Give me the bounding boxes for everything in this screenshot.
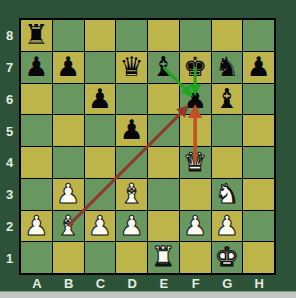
square-b8[interactable]	[53, 20, 84, 51]
file-label-f: F	[180, 275, 212, 292]
square-b4[interactable]	[53, 147, 84, 178]
square-e3[interactable]	[148, 179, 179, 210]
square-f1[interactable]	[180, 242, 211, 273]
square-c1[interactable]	[85, 242, 116, 273]
rank-label-1: 1	[0, 242, 19, 274]
square-d3[interactable]: ♝	[116, 179, 147, 210]
square-g4[interactable]	[212, 147, 243, 178]
black-pawn: ♟	[243, 52, 274, 83]
black-king: ♚	[180, 52, 211, 83]
file-label-a: A	[21, 275, 53, 292]
square-e5[interactable]	[148, 115, 179, 146]
file-label-b: B	[53, 275, 85, 292]
square-g1[interactable]: ♚	[212, 242, 243, 273]
square-h1[interactable]	[243, 242, 274, 273]
square-a7[interactable]: ♟	[21, 52, 52, 83]
square-g8[interactable]	[212, 20, 243, 51]
square-e7[interactable]: ♝	[148, 52, 179, 83]
square-a2[interactable]: ♟	[21, 211, 52, 242]
file-label-c: C	[85, 275, 117, 292]
square-b6[interactable]	[53, 84, 84, 115]
rank-label-3: 3	[0, 179, 19, 211]
square-e1[interactable]: ♜	[148, 242, 179, 273]
white-pawn: ♟	[212, 211, 243, 242]
rank-label-6: 6	[0, 84, 19, 116]
square-g3[interactable]: ♞	[212, 179, 243, 210]
square-h2[interactable]	[243, 211, 274, 242]
chess-analysis-window: 8 7 6 5 4 3 2 1 A B C D E F G H ♜♟♟♛♝♚♞♟…	[0, 0, 296, 298]
square-c5[interactable]	[85, 115, 116, 146]
square-h7[interactable]: ♟	[243, 52, 274, 83]
black-knight: ♞	[212, 52, 243, 83]
square-e2[interactable]	[148, 211, 179, 242]
rank-label-8: 8	[0, 20, 19, 52]
file-label-g: G	[212, 275, 244, 292]
square-d8[interactable]	[116, 20, 147, 51]
file-label-d: D	[116, 275, 148, 292]
square-a8[interactable]: ♜	[21, 20, 52, 51]
chess-board: ♜♟♟♛♝♚♞♟♟♟♝♟♛♟♝♞♟♝♟♟♟♟♜♚	[21, 20, 274, 273]
black-bishop: ♝	[212, 84, 243, 115]
square-c7[interactable]	[85, 52, 116, 83]
square-f5[interactable]	[180, 115, 211, 146]
window-edge	[0, 291, 296, 298]
square-h6[interactable]	[243, 84, 274, 115]
white-queen: ♛	[180, 147, 211, 178]
square-a1[interactable]	[21, 242, 52, 273]
white-pawn: ♟	[85, 211, 116, 242]
square-a6[interactable]	[21, 84, 52, 115]
square-f6[interactable]: ♟	[180, 84, 211, 115]
square-a4[interactable]	[21, 147, 52, 178]
square-g2[interactable]: ♟	[212, 211, 243, 242]
square-f7[interactable]: ♚	[180, 52, 211, 83]
square-b1[interactable]	[53, 242, 84, 273]
square-f8[interactable]	[180, 20, 211, 51]
black-pawn: ♟	[53, 52, 84, 83]
white-rook: ♜	[148, 242, 179, 273]
white-knight: ♞	[212, 179, 243, 210]
square-c4[interactable]	[85, 147, 116, 178]
square-g6[interactable]: ♝	[212, 84, 243, 115]
square-g7[interactable]: ♞	[212, 52, 243, 83]
black-bishop: ♝	[148, 52, 179, 83]
square-e4[interactable]	[148, 147, 179, 178]
square-d4[interactable]	[116, 147, 147, 178]
square-h5[interactable]	[243, 115, 274, 146]
black-rook: ♜	[21, 20, 52, 51]
square-d7[interactable]: ♛	[116, 52, 147, 83]
black-pawn: ♟	[116, 115, 147, 146]
square-d5[interactable]: ♟	[116, 115, 147, 146]
file-label-h: H	[243, 275, 275, 292]
square-c6[interactable]: ♟	[85, 84, 116, 115]
white-bishop: ♝	[53, 211, 84, 242]
square-f4[interactable]: ♛	[180, 147, 211, 178]
square-b5[interactable]	[53, 115, 84, 146]
square-g5[interactable]	[212, 115, 243, 146]
white-pawn: ♟	[180, 211, 211, 242]
square-d2[interactable]: ♟	[116, 211, 147, 242]
square-e6[interactable]	[148, 84, 179, 115]
white-pawn: ♟	[21, 211, 52, 242]
rank-label-2: 2	[0, 211, 19, 243]
white-king: ♚	[212, 242, 243, 273]
square-e8[interactable]	[148, 20, 179, 51]
white-pawn: ♟	[116, 211, 147, 242]
white-bishop: ♝	[116, 179, 147, 210]
black-pawn: ♟	[180, 84, 211, 115]
square-a3[interactable]	[21, 179, 52, 210]
file-label-e: E	[148, 275, 180, 292]
black-pawn: ♟	[85, 84, 116, 115]
square-c3[interactable]	[85, 179, 116, 210]
square-a5[interactable]	[21, 115, 52, 146]
black-queen: ♛	[116, 52, 147, 83]
square-h3[interactable]	[243, 179, 274, 210]
square-h8[interactable]	[243, 20, 274, 51]
square-b2[interactable]: ♝	[53, 211, 84, 242]
square-h4[interactable]	[243, 147, 274, 178]
rank-label-4: 4	[0, 147, 19, 179]
white-pawn: ♟	[53, 179, 84, 210]
square-c2[interactable]: ♟	[85, 211, 116, 242]
square-d6[interactable]	[116, 84, 147, 115]
square-f3[interactable]	[180, 179, 211, 210]
square-c8[interactable]	[85, 20, 116, 51]
square-b7[interactable]: ♟	[53, 52, 84, 83]
board-frame: ♜♟♟♛♝♚♞♟♟♟♝♟♛♟♝♞♟♝♟♟♟♟♜♚	[19, 18, 276, 275]
rank-label-7: 7	[0, 52, 19, 84]
rank-label-5: 5	[0, 115, 19, 147]
square-f2[interactable]: ♟	[180, 211, 211, 242]
square-b3[interactable]: ♟	[53, 179, 84, 210]
square-d1[interactable]	[116, 242, 147, 273]
black-pawn: ♟	[21, 52, 52, 83]
